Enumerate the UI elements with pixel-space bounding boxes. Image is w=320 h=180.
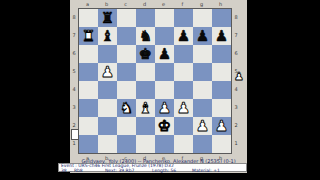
square-c4 <box>117 81 136 99</box>
white-pawn-f3: ♟ <box>177 99 190 117</box>
square-b3 <box>98 99 117 117</box>
square-h5 <box>212 63 231 81</box>
square-e2: ♚ <box>155 117 174 135</box>
black-pawn-e6: ♟ <box>158 45 171 63</box>
white-rook-a7: ♜ <box>82 27 95 45</box>
white-pawn-b5: ♟ <box>101 63 114 81</box>
chess-gui-panel: abcdefgh 87654321 87654321 ♜♜♝♞♟♟♟♚♟♟♞♝♟… <box>70 0 247 173</box>
square-h7: ♟ <box>212 27 231 45</box>
square-d6: ♚ <box>136 45 155 63</box>
square-b4 <box>98 81 117 99</box>
file-label-g: g <box>192 1 211 7</box>
last-move-label: 38 ... Rb8 <box>61 169 105 174</box>
file-labels-top: abcdefgh <box>78 1 230 7</box>
rank-label-8: 8 <box>71 8 77 26</box>
square-b1 <box>98 135 117 153</box>
square-h2: ♟ <box>212 117 231 135</box>
black-pawn-f7: ♟ <box>177 27 190 45</box>
rank-label-8: 8 <box>233 8 239 26</box>
black-rook-b8: ♜ <box>101 9 114 27</box>
square-f4 <box>174 81 193 99</box>
file-label-e: e <box>154 1 173 7</box>
square-a4 <box>79 81 98 99</box>
square-c8 <box>117 9 136 27</box>
square-a5 <box>79 63 98 81</box>
square-g7: ♟ <box>193 27 212 45</box>
square-c3: ♞ <box>117 99 136 117</box>
white-pawn-e3: ♟ <box>158 99 171 117</box>
square-d2 <box>136 117 155 135</box>
game-info-strip: Event : URS-ch46 First League, Frunze (1… <box>58 163 247 172</box>
white-pawn-g2: ♟ <box>196 117 209 135</box>
file-label-d: d <box>135 1 154 7</box>
square-h8 <box>212 9 231 27</box>
square-f2 <box>174 117 193 135</box>
square-b8: ♜ <box>98 9 117 27</box>
white-king-e2: ♚ <box>158 117 171 135</box>
next-move-label: Next: 39.Rb7 <box>105 169 152 174</box>
square-e1 <box>155 135 174 153</box>
square-g2: ♟ <box>193 117 212 135</box>
square-e4 <box>155 81 174 99</box>
square-c6 <box>117 45 136 63</box>
white-pawn-h2: ♟ <box>215 117 228 135</box>
square-c1 <box>117 135 136 153</box>
square-g4 <box>193 81 212 99</box>
square-b6 <box>98 45 117 63</box>
square-a2 <box>79 117 98 135</box>
rank-label-3: 3 <box>233 98 239 116</box>
square-c2 <box>117 117 136 135</box>
black-pawn-g7: ♟ <box>196 27 209 45</box>
rank-label-5: 5 <box>71 62 77 80</box>
rank-label-3: 3 <box>71 98 77 116</box>
square-e7 <box>155 27 174 45</box>
stats-line: 38 ... Rb8 Next: 39.Rb7 Length: 56 Mater… <box>61 169 244 174</box>
file-label-f: f <box>173 1 192 7</box>
chess-board: ♜♜♝♞♟♟♟♚♟♟♞♝♟♟♚♟♟ <box>78 8 232 154</box>
rank-label-6: 6 <box>71 44 77 62</box>
square-c5 <box>117 63 136 81</box>
square-h4 <box>212 81 231 99</box>
square-g6 <box>193 45 212 63</box>
rank-label-7: 7 <box>71 26 77 44</box>
square-e6: ♟ <box>155 45 174 63</box>
square-e3: ♟ <box>155 99 174 117</box>
game-length-label: Length: 56 <box>152 169 192 174</box>
black-bishop-b7: ♝ <box>101 27 114 45</box>
square-b5: ♟ <box>98 63 117 81</box>
square-f3: ♟ <box>174 99 193 117</box>
square-c7 <box>117 27 136 45</box>
square-g8 <box>193 9 212 27</box>
rank-label-4: 4 <box>71 80 77 98</box>
rank-label-1: 1 <box>233 134 239 152</box>
file-label-a: a <box>78 1 97 7</box>
square-h3 <box>212 99 231 117</box>
square-a1 <box>79 135 98 153</box>
square-a7: ♜ <box>79 27 98 45</box>
square-g1 <box>193 135 212 153</box>
black-knight-d7: ♞ <box>139 27 152 45</box>
file-label-h: h <box>211 1 230 7</box>
square-a3 <box>79 99 98 117</box>
file-label-c: c <box>116 1 135 7</box>
square-e8 <box>155 9 174 27</box>
square-h1 <box>212 135 231 153</box>
white-bishop-d3: ♝ <box>139 99 152 117</box>
white-knight-c3: ♞ <box>120 99 133 117</box>
square-d3: ♝ <box>136 99 155 117</box>
square-d4 <box>136 81 155 99</box>
video-frame: abcdefgh 87654321 87654321 ♜♜♝♞♟♟♟♚♟♟♞♝♟… <box>0 0 320 180</box>
rank-label-2: 2 <box>233 116 239 134</box>
white-to-move-indicator <box>71 129 79 140</box>
black-pawn-h7: ♟ <box>215 27 228 45</box>
black-king-d6: ♚ <box>139 45 152 63</box>
square-e5 <box>155 63 174 81</box>
square-g5 <box>193 63 212 81</box>
square-f5 <box>174 63 193 81</box>
square-f1 <box>174 135 193 153</box>
square-f8 <box>174 9 193 27</box>
square-d5 <box>136 63 155 81</box>
material-advantage-pawn-icon: ♟ <box>232 70 246 84</box>
square-d7: ♞ <box>136 27 155 45</box>
square-f6 <box>174 45 193 63</box>
material-label: Material: +1 <box>192 169 240 174</box>
square-b7: ♝ <box>98 27 117 45</box>
file-label-b: b <box>97 1 116 7</box>
square-g3 <box>193 99 212 117</box>
rank-label-7: 7 <box>233 26 239 44</box>
square-h6 <box>212 45 231 63</box>
square-a6 <box>79 45 98 63</box>
square-f7: ♟ <box>174 27 193 45</box>
square-d8 <box>136 9 155 27</box>
rank-label-6: 6 <box>233 44 239 62</box>
square-d1 <box>136 135 155 153</box>
square-a8 <box>79 9 98 27</box>
square-b2 <box>98 117 117 135</box>
